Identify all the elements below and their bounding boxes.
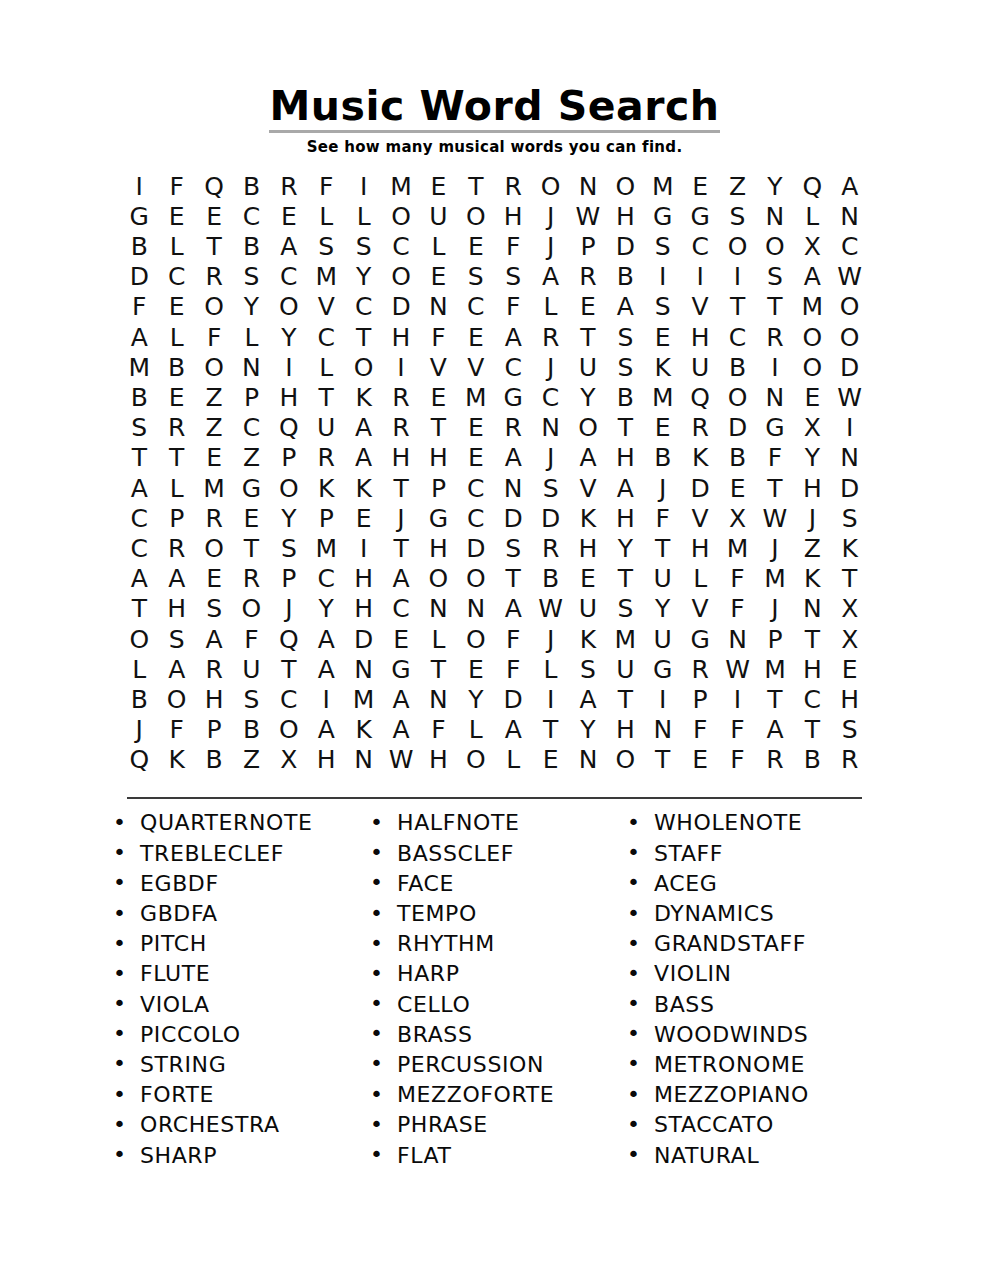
- grid-cell[interactable]: Q: [270, 624, 307, 654]
- grid-cell[interactable]: B: [719, 443, 756, 473]
- grid-cell[interactable]: F: [756, 443, 793, 473]
- grid-cell[interactable]: A: [569, 684, 606, 714]
- grid-cell[interactable]: T: [794, 714, 831, 744]
- grid-cell[interactable]: O: [382, 262, 419, 292]
- grid-cell[interactable]: T: [607, 564, 644, 594]
- grid-cell[interactable]: X: [831, 594, 868, 624]
- grid-cell[interactable]: F: [158, 171, 195, 201]
- grid-cell[interactable]: D: [345, 624, 382, 654]
- grid-cell[interactable]: Z: [794, 533, 831, 563]
- grid-cell[interactable]: B: [121, 231, 158, 261]
- grid-cell[interactable]: H: [195, 684, 232, 714]
- grid-cell[interactable]: J: [794, 503, 831, 533]
- grid-cell[interactable]: B: [233, 231, 270, 261]
- grid-cell[interactable]: J: [532, 624, 569, 654]
- grid-cell[interactable]: K: [345, 714, 382, 744]
- grid-cell[interactable]: T: [644, 745, 681, 775]
- grid-cell[interactable]: R: [756, 322, 793, 352]
- grid-cell[interactable]: T: [158, 443, 195, 473]
- grid-cell[interactable]: U: [233, 654, 270, 684]
- grid-cell[interactable]: T: [831, 564, 868, 594]
- grid-cell[interactable]: B: [233, 171, 270, 201]
- grid-cell[interactable]: D: [457, 533, 494, 563]
- grid-cell[interactable]: S: [495, 533, 532, 563]
- grid-cell[interactable]: G: [644, 654, 681, 684]
- grid-cell[interactable]: T: [495, 564, 532, 594]
- grid-cell[interactable]: S: [831, 503, 868, 533]
- grid-cell[interactable]: A: [495, 594, 532, 624]
- grid-cell[interactable]: A: [345, 413, 382, 443]
- grid-cell[interactable]: A: [569, 443, 606, 473]
- grid-cell[interactable]: U: [607, 654, 644, 684]
- grid-cell[interactable]: D: [382, 292, 419, 322]
- grid-cell[interactable]: R: [308, 443, 345, 473]
- grid-cell[interactable]: T: [719, 292, 756, 322]
- grid-cell[interactable]: R: [532, 322, 569, 352]
- grid-cell[interactable]: V: [457, 352, 494, 382]
- grid-cell[interactable]: C: [794, 684, 831, 714]
- grid-cell[interactable]: B: [121, 684, 158, 714]
- grid-cell[interactable]: F: [308, 171, 345, 201]
- grid-cell[interactable]: J: [532, 352, 569, 382]
- grid-cell[interactable]: A: [121, 564, 158, 594]
- grid-cell[interactable]: O: [345, 352, 382, 382]
- grid-cell[interactable]: O: [270, 714, 307, 744]
- grid-cell[interactable]: E: [457, 322, 494, 352]
- grid-cell[interactable]: O: [794, 322, 831, 352]
- grid-cell[interactable]: J: [121, 714, 158, 744]
- grid-cell[interactable]: F: [420, 714, 457, 744]
- grid-cell[interactable]: S: [644, 292, 681, 322]
- grid-cell[interactable]: M: [794, 292, 831, 322]
- grid-cell[interactable]: H: [382, 322, 419, 352]
- grid-cell[interactable]: C: [681, 231, 718, 261]
- grid-cell[interactable]: H: [607, 443, 644, 473]
- grid-cell[interactable]: E: [420, 262, 457, 292]
- grid-cell[interactable]: C: [270, 684, 307, 714]
- grid-cell[interactable]: O: [607, 745, 644, 775]
- grid-cell[interactable]: G: [233, 473, 270, 503]
- grid-cell[interactable]: D: [532, 503, 569, 533]
- grid-cell[interactable]: I: [121, 171, 158, 201]
- grid-cell[interactable]: G: [382, 654, 419, 684]
- grid-cell[interactable]: J: [532, 443, 569, 473]
- grid-cell[interactable]: A: [495, 443, 532, 473]
- grid-cell[interactable]: C: [382, 231, 419, 261]
- grid-cell[interactable]: B: [532, 564, 569, 594]
- grid-cell[interactable]: U: [644, 564, 681, 594]
- grid-cell[interactable]: N: [420, 594, 457, 624]
- grid-cell[interactable]: X: [794, 231, 831, 261]
- grid-cell[interactable]: K: [158, 745, 195, 775]
- grid-cell[interactable]: L: [121, 654, 158, 684]
- grid-cell[interactable]: T: [420, 654, 457, 684]
- grid-cell[interactable]: P: [681, 684, 718, 714]
- grid-cell[interactable]: I: [681, 262, 718, 292]
- grid-cell[interactable]: V: [681, 503, 718, 533]
- grid-cell[interactable]: N: [756, 382, 793, 412]
- grid-cell[interactable]: O: [532, 171, 569, 201]
- grid-cell[interactable]: Y: [345, 262, 382, 292]
- grid-cell[interactable]: R: [382, 382, 419, 412]
- grid-cell[interactable]: D: [681, 473, 718, 503]
- grid-cell[interactable]: O: [719, 231, 756, 261]
- grid-cell[interactable]: T: [195, 231, 232, 261]
- grid-cell[interactable]: O: [831, 292, 868, 322]
- grid-cell[interactable]: L: [532, 654, 569, 684]
- grid-cell[interactable]: S: [644, 231, 681, 261]
- grid-cell[interactable]: N: [233, 352, 270, 382]
- grid-cell[interactable]: C: [345, 292, 382, 322]
- grid-cell[interactable]: W: [569, 201, 606, 231]
- grid-cell[interactable]: B: [121, 382, 158, 412]
- grid-cell[interactable]: R: [158, 413, 195, 443]
- grid-cell[interactable]: G: [681, 201, 718, 231]
- grid-cell[interactable]: S: [495, 262, 532, 292]
- grid-cell[interactable]: E: [195, 564, 232, 594]
- grid-cell[interactable]: P: [756, 624, 793, 654]
- grid-cell[interactable]: G: [121, 201, 158, 231]
- grid-cell[interactable]: K: [308, 473, 345, 503]
- grid-cell[interactable]: W: [831, 382, 868, 412]
- grid-cell[interactable]: R: [382, 413, 419, 443]
- grid-cell[interactable]: B: [233, 714, 270, 744]
- grid-cell[interactable]: N: [532, 413, 569, 443]
- grid-cell[interactable]: D: [607, 231, 644, 261]
- grid-cell[interactable]: T: [270, 654, 307, 684]
- grid-cell[interactable]: L: [308, 201, 345, 231]
- grid-cell[interactable]: H: [607, 201, 644, 231]
- grid-cell[interactable]: E: [569, 564, 606, 594]
- grid-cell[interactable]: F: [495, 654, 532, 684]
- grid-cell[interactable]: D: [831, 473, 868, 503]
- grid-cell[interactable]: M: [756, 564, 793, 594]
- grid-cell[interactable]: O: [831, 322, 868, 352]
- grid-cell[interactable]: F: [719, 594, 756, 624]
- grid-cell[interactable]: S: [607, 322, 644, 352]
- grid-cell[interactable]: O: [195, 352, 232, 382]
- grid-cell[interactable]: A: [382, 684, 419, 714]
- grid-cell[interactable]: O: [270, 292, 307, 322]
- grid-cell[interactable]: A: [756, 714, 793, 744]
- grid-cell[interactable]: E: [420, 171, 457, 201]
- grid-cell[interactable]: C: [831, 231, 868, 261]
- grid-cell[interactable]: E: [345, 503, 382, 533]
- grid-cell[interactable]: F: [121, 292, 158, 322]
- grid-cell[interactable]: Y: [233, 292, 270, 322]
- grid-cell[interactable]: U: [569, 594, 606, 624]
- grid-cell[interactable]: E: [644, 322, 681, 352]
- grid-cell[interactable]: G: [495, 382, 532, 412]
- grid-cell[interactable]: S: [270, 533, 307, 563]
- grid-cell[interactable]: R: [233, 564, 270, 594]
- grid-cell[interactable]: Y: [457, 684, 494, 714]
- grid-cell[interactable]: K: [569, 503, 606, 533]
- grid-cell[interactable]: G: [681, 624, 718, 654]
- grid-cell[interactable]: O: [195, 533, 232, 563]
- grid-cell[interactable]: S: [532, 473, 569, 503]
- grid-cell[interactable]: G: [420, 503, 457, 533]
- grid-cell[interactable]: M: [644, 171, 681, 201]
- grid-cell[interactable]: T: [569, 322, 606, 352]
- grid-cell[interactable]: A: [382, 564, 419, 594]
- grid-cell[interactable]: S: [569, 654, 606, 684]
- grid-cell[interactable]: E: [195, 201, 232, 231]
- grid-cell[interactable]: N: [756, 201, 793, 231]
- grid-cell[interactable]: E: [457, 654, 494, 684]
- grid-cell[interactable]: V: [681, 292, 718, 322]
- grid-cell[interactable]: S: [607, 352, 644, 382]
- grid-cell[interactable]: T: [420, 413, 457, 443]
- grid-cell[interactable]: J: [532, 231, 569, 261]
- grid-cell[interactable]: C: [270, 262, 307, 292]
- grid-cell[interactable]: U: [644, 624, 681, 654]
- grid-cell[interactable]: H: [495, 201, 532, 231]
- grid-cell[interactable]: H: [681, 322, 718, 352]
- grid-cell[interactable]: R: [495, 171, 532, 201]
- grid-cell[interactable]: E: [420, 382, 457, 412]
- grid-cell[interactable]: R: [195, 262, 232, 292]
- grid-cell[interactable]: E: [681, 745, 718, 775]
- grid-cell[interactable]: C: [233, 413, 270, 443]
- grid-cell[interactable]: F: [719, 745, 756, 775]
- grid-cell[interactable]: R: [195, 503, 232, 533]
- grid-cell[interactable]: C: [719, 322, 756, 352]
- grid-cell[interactable]: Z: [195, 382, 232, 412]
- grid-cell[interactable]: W: [382, 745, 419, 775]
- grid-cell[interactable]: P: [195, 714, 232, 744]
- grid-cell[interactable]: E: [532, 745, 569, 775]
- grid-cell[interactable]: I: [644, 684, 681, 714]
- grid-cell[interactable]: N: [345, 654, 382, 684]
- grid-cell[interactable]: A: [345, 443, 382, 473]
- grid-cell[interactable]: E: [569, 292, 606, 322]
- grid-cell[interactable]: P: [233, 382, 270, 412]
- grid-cell[interactable]: H: [569, 533, 606, 563]
- grid-cell[interactable]: E: [681, 171, 718, 201]
- grid-cell[interactable]: S: [831, 714, 868, 744]
- grid-cell[interactable]: A: [794, 262, 831, 292]
- grid-cell[interactable]: N: [569, 745, 606, 775]
- grid-cell[interactable]: A: [532, 262, 569, 292]
- grid-cell[interactable]: U: [681, 352, 718, 382]
- grid-cell[interactable]: Y: [569, 714, 606, 744]
- grid-cell[interactable]: L: [681, 564, 718, 594]
- grid-cell[interactable]: N: [831, 201, 868, 231]
- grid-cell[interactable]: O: [457, 564, 494, 594]
- grid-cell[interactable]: Y: [756, 171, 793, 201]
- grid-cell[interactable]: H: [420, 443, 457, 473]
- grid-cell[interactable]: B: [794, 745, 831, 775]
- grid-cell[interactable]: N: [457, 594, 494, 624]
- grid-cell[interactable]: U: [569, 352, 606, 382]
- grid-cell[interactable]: K: [681, 443, 718, 473]
- grid-cell[interactable]: I: [308, 684, 345, 714]
- grid-cell[interactable]: G: [644, 201, 681, 231]
- grid-cell[interactable]: C: [532, 382, 569, 412]
- grid-cell[interactable]: E: [794, 382, 831, 412]
- grid-cell[interactable]: K: [831, 533, 868, 563]
- grid-cell[interactable]: O: [457, 745, 494, 775]
- grid-cell[interactable]: F: [195, 322, 232, 352]
- grid-cell[interactable]: I: [644, 262, 681, 292]
- grid-cell[interactable]: Q: [195, 171, 232, 201]
- grid-cell[interactable]: J: [756, 594, 793, 624]
- grid-cell[interactable]: H: [794, 654, 831, 684]
- grid-cell[interactable]: J: [644, 473, 681, 503]
- grid-cell[interactable]: S: [121, 413, 158, 443]
- grid-cell[interactable]: I: [270, 352, 307, 382]
- grid-cell[interactable]: A: [158, 564, 195, 594]
- grid-cell[interactable]: C: [457, 473, 494, 503]
- grid-cell[interactable]: H: [831, 684, 868, 714]
- grid-cell[interactable]: A: [308, 654, 345, 684]
- grid-cell[interactable]: D: [495, 684, 532, 714]
- grid-cell[interactable]: I: [345, 533, 382, 563]
- grid-cell[interactable]: B: [607, 382, 644, 412]
- grid-cell[interactable]: T: [382, 473, 419, 503]
- grid-cell[interactable]: K: [569, 624, 606, 654]
- grid-cell[interactable]: A: [382, 714, 419, 744]
- grid-cell[interactable]: K: [794, 564, 831, 594]
- grid-cell[interactable]: W: [831, 262, 868, 292]
- grid-cell[interactable]: S: [158, 624, 195, 654]
- grid-cell[interactable]: M: [195, 473, 232, 503]
- grid-cell[interactable]: D: [495, 503, 532, 533]
- grid-cell[interactable]: E: [644, 413, 681, 443]
- grid-cell[interactable]: S: [457, 262, 494, 292]
- grid-cell[interactable]: C: [158, 262, 195, 292]
- grid-cell[interactable]: C: [457, 503, 494, 533]
- grid-cell[interactable]: B: [607, 262, 644, 292]
- grid-cell[interactable]: H: [420, 745, 457, 775]
- grid-cell[interactable]: Z: [233, 443, 270, 473]
- grid-cell[interactable]: H: [794, 473, 831, 503]
- grid-cell[interactable]: E: [719, 473, 756, 503]
- grid-cell[interactable]: F: [495, 292, 532, 322]
- grid-cell[interactable]: M: [719, 533, 756, 563]
- grid-cell[interactable]: Z: [195, 413, 232, 443]
- grid-cell[interactable]: T: [756, 292, 793, 322]
- grid-cell[interactable]: I: [532, 684, 569, 714]
- grid-cell[interactable]: O: [607, 171, 644, 201]
- grid-cell[interactable]: D: [121, 262, 158, 292]
- grid-cell[interactable]: O: [195, 292, 232, 322]
- grid-cell[interactable]: T: [756, 684, 793, 714]
- grid-cell[interactable]: H: [158, 594, 195, 624]
- grid-cell[interactable]: E: [457, 231, 494, 261]
- grid-cell[interactable]: Y: [308, 594, 345, 624]
- grid-cell[interactable]: N: [794, 594, 831, 624]
- grid-cell[interactable]: U: [308, 413, 345, 443]
- grid-cell[interactable]: X: [719, 503, 756, 533]
- grid-cell[interactable]: I: [719, 684, 756, 714]
- grid-cell[interactable]: M: [457, 382, 494, 412]
- grid-cell[interactable]: K: [345, 473, 382, 503]
- grid-cell[interactable]: W: [756, 503, 793, 533]
- grid-cell[interactable]: E: [270, 201, 307, 231]
- grid-cell[interactable]: P: [158, 503, 195, 533]
- grid-cell[interactable]: H: [382, 443, 419, 473]
- grid-cell[interactable]: M: [756, 654, 793, 684]
- grid-cell[interactable]: A: [308, 714, 345, 744]
- grid-cell[interactable]: P: [270, 443, 307, 473]
- grid-cell[interactable]: F: [495, 624, 532, 654]
- grid-cell[interactable]: R: [569, 262, 606, 292]
- grid-cell[interactable]: Q: [270, 413, 307, 443]
- grid-cell[interactable]: D: [831, 352, 868, 382]
- grid-cell[interactable]: F: [719, 714, 756, 744]
- grid-cell[interactable]: O: [457, 201, 494, 231]
- grid-cell[interactable]: E: [195, 443, 232, 473]
- grid-cell[interactable]: X: [270, 745, 307, 775]
- grid-cell[interactable]: S: [607, 594, 644, 624]
- grid-cell[interactable]: G: [756, 413, 793, 443]
- grid-cell[interactable]: T: [457, 171, 494, 201]
- grid-cell[interactable]: B: [195, 745, 232, 775]
- grid-cell[interactable]: A: [607, 292, 644, 322]
- grid-cell[interactable]: V: [420, 352, 457, 382]
- grid-cell[interactable]: Q: [681, 382, 718, 412]
- grid-cell[interactable]: N: [420, 684, 457, 714]
- grid-cell[interactable]: Z: [233, 745, 270, 775]
- grid-cell[interactable]: F: [644, 503, 681, 533]
- grid-cell[interactable]: E: [158, 201, 195, 231]
- grid-cell[interactable]: T: [756, 473, 793, 503]
- grid-cell[interactable]: F: [158, 714, 195, 744]
- grid-cell[interactable]: E: [382, 624, 419, 654]
- grid-cell[interactable]: T: [607, 684, 644, 714]
- grid-cell[interactable]: I: [345, 171, 382, 201]
- grid-cell[interactable]: N: [719, 624, 756, 654]
- grid-cell[interactable]: S: [195, 594, 232, 624]
- grid-cell[interactable]: K: [345, 382, 382, 412]
- grid-cell[interactable]: S: [233, 262, 270, 292]
- grid-cell[interactable]: R: [495, 413, 532, 443]
- grid-cell[interactable]: T: [532, 714, 569, 744]
- grid-cell[interactable]: H: [345, 564, 382, 594]
- grid-cell[interactable]: F: [681, 714, 718, 744]
- grid-cell[interactable]: P: [569, 231, 606, 261]
- grid-cell[interactable]: C: [308, 322, 345, 352]
- grid-cell[interactable]: H: [270, 382, 307, 412]
- grid-cell[interactable]: T: [233, 533, 270, 563]
- grid-cell[interactable]: T: [644, 533, 681, 563]
- grid-cell[interactable]: H: [308, 745, 345, 775]
- grid-cell[interactable]: Q: [794, 171, 831, 201]
- grid-cell[interactable]: I: [831, 413, 868, 443]
- grid-cell[interactable]: Y: [569, 382, 606, 412]
- grid-cell[interactable]: L: [420, 231, 457, 261]
- grid-cell[interactable]: S: [308, 231, 345, 261]
- grid-cell[interactable]: N: [831, 443, 868, 473]
- grid-cell[interactable]: J: [382, 503, 419, 533]
- grid-cell[interactable]: L: [794, 201, 831, 231]
- grid-cell[interactable]: H: [681, 533, 718, 563]
- grid-cell[interactable]: I: [382, 352, 419, 382]
- grid-cell[interactable]: X: [831, 624, 868, 654]
- grid-cell[interactable]: T: [382, 533, 419, 563]
- grid-cell[interactable]: L: [158, 473, 195, 503]
- grid-cell[interactable]: E: [158, 292, 195, 322]
- grid-cell[interactable]: Q: [121, 745, 158, 775]
- grid-cell[interactable]: F: [233, 624, 270, 654]
- grid-cell[interactable]: R: [681, 413, 718, 443]
- grid-cell[interactable]: A: [831, 171, 868, 201]
- grid-cell[interactable]: V: [308, 292, 345, 322]
- grid-cell[interactable]: R: [195, 654, 232, 684]
- grid-cell[interactable]: S: [345, 231, 382, 261]
